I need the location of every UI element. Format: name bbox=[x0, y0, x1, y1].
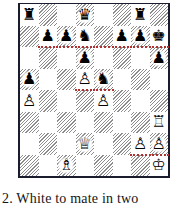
white-pawn: ♙ bbox=[76, 69, 94, 89]
square-a1 bbox=[20, 155, 39, 177]
square-d1 bbox=[76, 155, 95, 177]
square-h7: ♚ bbox=[150, 26, 169, 48]
square-b1 bbox=[39, 155, 58, 177]
square-b8 bbox=[39, 4, 58, 26]
black-pawn: ♟ bbox=[113, 26, 131, 46]
black-pawn: ♟ bbox=[57, 26, 75, 46]
square-c7: ♟ bbox=[57, 26, 76, 48]
square-f4 bbox=[113, 90, 132, 112]
black-rook: ♜ bbox=[20, 5, 38, 25]
square-c6 bbox=[57, 47, 76, 69]
square-a8: ♜ bbox=[20, 4, 39, 26]
square-c5 bbox=[57, 69, 76, 91]
white-king: ♔ bbox=[150, 155, 168, 175]
black-pawn: ♟ bbox=[150, 48, 168, 68]
square-f3 bbox=[113, 112, 132, 134]
square-g8: ♜ bbox=[131, 4, 150, 26]
square-f8 bbox=[113, 4, 132, 26]
black-pawn: ♟ bbox=[39, 26, 57, 46]
black-rook: ♜ bbox=[131, 5, 149, 25]
square-d2: ♕ bbox=[76, 133, 95, 155]
square-e8 bbox=[94, 4, 113, 26]
square-g7: ♟ bbox=[131, 26, 150, 48]
square-b3 bbox=[39, 112, 58, 134]
square-d5: ♙ bbox=[76, 69, 95, 91]
white-rook: ♖ bbox=[150, 112, 168, 132]
black-king: ♚ bbox=[150, 26, 168, 46]
chess-board: ♜♛♜♟♟♞♟♟♚♟♟♟♙♞♙♙♖♕♙♙♗♔ bbox=[18, 3, 170, 178]
square-b6 bbox=[39, 47, 58, 69]
square-b5 bbox=[39, 69, 58, 91]
white-queen: ♕ bbox=[76, 134, 94, 154]
white-pawn: ♙ bbox=[94, 91, 112, 111]
square-g5 bbox=[131, 69, 150, 91]
square-g3 bbox=[131, 112, 150, 134]
black-knight: ♞ bbox=[94, 69, 112, 89]
square-d8: ♛ bbox=[76, 4, 95, 26]
square-c4 bbox=[57, 90, 76, 112]
square-e5: ♞ bbox=[94, 69, 113, 91]
white-pawn: ♙ bbox=[131, 134, 149, 154]
square-a2 bbox=[20, 133, 39, 155]
square-e6 bbox=[94, 47, 113, 69]
black-pawn: ♟ bbox=[20, 69, 38, 89]
square-h4 bbox=[150, 90, 169, 112]
square-c2 bbox=[57, 133, 76, 155]
square-f5 bbox=[113, 69, 132, 91]
square-f1 bbox=[113, 155, 132, 177]
square-d7: ♞ bbox=[76, 26, 95, 48]
square-d6: ♟ bbox=[76, 47, 95, 69]
white-bishop: ♗ bbox=[57, 155, 75, 175]
puzzle-caption: 2. White to mate in two bbox=[2, 191, 139, 207]
square-h1: ♔ bbox=[150, 155, 169, 177]
white-pawn: ♙ bbox=[150, 134, 168, 154]
square-g6 bbox=[131, 47, 150, 69]
square-g4 bbox=[131, 90, 150, 112]
black-queen: ♛ bbox=[76, 5, 94, 25]
square-a4: ♙ bbox=[20, 90, 39, 112]
square-c8 bbox=[57, 4, 76, 26]
square-f2 bbox=[113, 133, 132, 155]
square-f7: ♟ bbox=[113, 26, 132, 48]
square-a5: ♟ bbox=[20, 69, 39, 91]
square-h3: ♖ bbox=[150, 112, 169, 134]
square-b4 bbox=[39, 90, 58, 112]
square-a6 bbox=[20, 47, 39, 69]
square-f6 bbox=[113, 47, 132, 69]
black-pawn: ♟ bbox=[76, 48, 94, 68]
square-d4 bbox=[76, 90, 95, 112]
square-e2 bbox=[94, 133, 113, 155]
square-a7 bbox=[20, 26, 39, 48]
square-e1 bbox=[94, 155, 113, 177]
square-c3 bbox=[57, 112, 76, 134]
board-grid: ♜♛♜♟♟♞♟♟♚♟♟♟♙♞♙♙♖♕♙♙♗♔ bbox=[20, 4, 168, 176]
square-c1: ♗ bbox=[57, 155, 76, 177]
diagram-page: ♜♛♜♟♟♞♟♟♚♟♟♟♙♞♙♙♖♕♙♙♗♔ 2. White to mate … bbox=[0, 0, 175, 216]
white-pawn: ♙ bbox=[20, 91, 38, 111]
square-e7 bbox=[94, 26, 113, 48]
square-a3 bbox=[20, 112, 39, 134]
square-h8 bbox=[150, 4, 169, 26]
square-b7: ♟ bbox=[39, 26, 58, 48]
black-knight: ♞ bbox=[76, 26, 94, 46]
square-d3 bbox=[76, 112, 95, 134]
square-b2 bbox=[39, 133, 58, 155]
square-e4: ♙ bbox=[94, 90, 113, 112]
square-g2: ♙ bbox=[131, 133, 150, 155]
square-h6: ♟ bbox=[150, 47, 169, 69]
square-h2: ♙ bbox=[150, 133, 169, 155]
square-g1 bbox=[131, 155, 150, 177]
square-h5 bbox=[150, 69, 169, 91]
square-e3 bbox=[94, 112, 113, 134]
black-pawn: ♟ bbox=[131, 26, 149, 46]
